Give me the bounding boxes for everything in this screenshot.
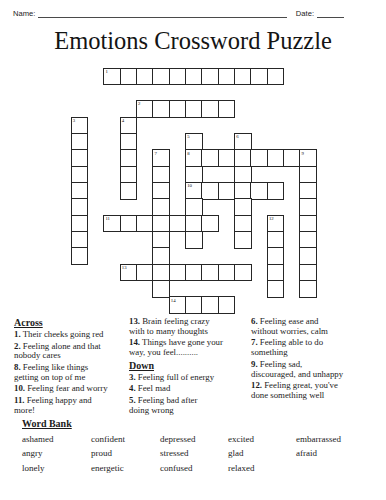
clue-number-10: 10. [14,383,25,393]
word-bank-word-excited: excited [228,432,296,446]
grid-cell-r9c5[interactable] [152,215,170,233]
clue-10: 10. Feeling fear and worry [14,384,125,394]
word-bank-heading: Word Bank [22,418,72,429]
cell-number-2: 2 [138,101,140,106]
grid-cell-r11c0[interactable] [71,247,89,265]
word-bank-column-5: embarrassedafraid [296,432,341,475]
clue-number-13: 13. [129,316,140,326]
date-label: Date: [296,9,314,18]
word-bank-word-energetic: energetic [91,461,160,475]
grid-cell-r10c7[interactable] [185,231,203,249]
grid-cell-r12c3[interactable]: 13 [120,264,138,282]
grid-cell-r4c7[interactable]: 5 [185,133,203,151]
grid-cell-r8c7[interactable] [185,198,203,216]
clue-5: 5. Feeling bad after doing wrong [129,396,247,416]
grid-cell-r6c5[interactable] [152,166,170,184]
grid-cell-r7c9[interactable] [218,182,236,200]
word-bank-word-relaxed: relaxed [228,461,296,475]
grid-cell-r5c8[interactable] [201,149,219,167]
grid-cell-r10c10[interactable] [234,231,252,249]
clue-number-2: 2. [14,341,21,351]
clue-number-4: 4. [129,383,136,393]
grid-cell-r10c0[interactable] [71,231,89,249]
grid-cell-r7c8[interactable] [201,182,219,200]
grid-cell-r6c7[interactable] [185,166,203,184]
clue-13: 13. Brain feeling crazy with to many tho… [129,317,247,337]
grid-cell-r0c12[interactable] [267,68,285,86]
grid-cell-r2c5[interactable] [152,100,170,118]
grid-cell-r8c0[interactable] [71,198,89,216]
clue-4: 4. Feel mad [129,384,247,394]
word-bank-word-lonely: lonely [22,461,91,475]
cell-number-8: 8 [187,151,189,156]
grid-cell-r2c8[interactable] [201,100,219,118]
word-bank-word-confused: confused [160,461,228,475]
grid-cell-r7c5[interactable] [152,182,170,200]
grid-cell-r7c10[interactable] [234,182,252,200]
clue-12: 12. Feeling great, you've done something… [251,381,376,401]
down-heading: Down [129,360,247,371]
grid-cell-r8c10[interactable] [234,198,252,216]
clue-column-1: Across1. Their cheeks going red2. Feelin… [14,317,129,417]
clue-number-12: 12. [251,380,262,390]
grid-cell-r0c6[interactable] [169,68,187,86]
word-bank-column-4: excitedgladrelaxed [228,432,296,475]
cell-number-3: 3 [73,118,75,123]
grid-cell-r12c9[interactable] [218,264,236,282]
grid-cell-r9c3[interactable] [120,215,138,233]
grid-cell-r8c14[interactable] [299,198,317,216]
grid-cell-r9c12[interactable]: 12 [267,215,285,233]
clue-11: 11. Feeling happy and more! [14,396,125,416]
crossword-grid: 1234567891011121314 [71,68,318,315]
grid-cell-r5c10[interactable] [234,149,252,167]
grid-cell-r3c0[interactable]: 3 [71,117,89,135]
grid-cell-r5c9[interactable] [218,149,236,167]
grid-cell-r10c12[interactable] [267,231,285,249]
word-bank-word-depressed: depressed [160,432,228,446]
grid-cell-r2c4[interactable]: 2 [136,100,154,118]
word-bank-word-stressed: stressed [160,446,228,460]
grid-cell-r7c3[interactable] [120,182,138,200]
cell-number-14: 14 [171,298,176,303]
grid-cell-r7c7[interactable]: 10 [185,182,203,200]
word-bank-column-1: ashamedangrylonely [22,432,91,475]
grid-cell-r4c0[interactable] [71,133,89,151]
grid-cell-r12c7[interactable] [185,264,203,282]
clue-8: 8. Feeling like things getting on top of… [14,363,125,383]
grid-cell-r6c10[interactable] [234,166,252,184]
cell-number-5: 5 [187,134,189,139]
clue-14: 14. Things have gone your way, you feel.… [129,338,247,358]
grid-cell-r11c12[interactable] [267,247,285,265]
grid-cell-r9c14[interactable] [299,215,317,233]
grid-cell-r5c0[interactable] [71,149,89,167]
clue-number-7: 7. [251,337,258,347]
grid-cell-r12c12[interactable] [267,264,285,282]
grid-cell-r5c7[interactable]: 8 [185,149,203,167]
grid-cell-r14c7[interactable] [185,296,203,314]
grid-cell-r5c12[interactable] [267,149,285,167]
grid-cell-r3c3[interactable]: 4 [120,117,138,135]
grid-cell-r5c5[interactable]: 7 [152,149,170,167]
clue-number-3: 3. [129,372,136,382]
word-bank-word-angry: angry [22,446,91,460]
name-date-row: Name: Date: [13,8,344,18]
grid-cell-r13c14[interactable] [299,280,317,298]
grid-cell-r7c14[interactable] [299,182,317,200]
grid-cell-r9c8[interactable] [201,215,219,233]
grid-cell-r0c3[interactable] [120,68,138,86]
page-title: Emotions Crossword Puzzle [0,27,386,55]
grid-cell-r13c12[interactable] [267,280,285,298]
grid-cell-r7c12[interactable] [267,182,285,200]
cell-number-7: 7 [154,151,156,156]
grid-cell-r11c5[interactable] [152,247,170,265]
grid-cell-r5c3[interactable] [120,149,138,167]
clue-number-14: 14. [129,337,140,347]
grid-cell-r9c7[interactable] [185,215,203,233]
word-bank-column-3: depressedstressedconfused [160,432,228,475]
clue-1: 1. Their cheeks going red [14,330,125,340]
cell-number-12: 12 [269,216,274,221]
cell-number-9: 9 [302,151,304,156]
grid-cell-r9c2[interactable]: 11 [103,215,121,233]
name-fill-line[interactable] [38,8,286,18]
grid-cell-r9c10[interactable] [234,215,252,233]
clue-column-2: 13. Brain feeling crazy with to many tho… [129,317,251,417]
clue-number-11: 11. [14,395,25,405]
date-fill-line[interactable] [317,8,344,18]
clue-number-9: 9. [251,359,258,369]
clue-number-5: 5. [129,395,136,405]
grid-cell-r12c10[interactable] [234,264,252,282]
word-bank-word-ashamed: ashamed [22,432,91,446]
grid-cell-r12c4[interactable] [136,264,154,282]
grid-cell-r0c11[interactable] [250,68,268,86]
clue-7: 7. Feeling able to do something [251,338,376,358]
grid-cell-r5c14[interactable]: 9 [299,149,317,167]
grid-cell-r5c11[interactable] [250,149,268,167]
grid-cell-r12c8[interactable] [201,264,219,282]
clue-section: Across1. Their cheeks going red2. Feelin… [14,317,380,417]
grid-cell-r14c9[interactable] [218,296,236,314]
grid-cell-r6c14[interactable] [299,166,317,184]
grid-cell-r4c3[interactable] [120,133,138,151]
grid-cell-r0c9[interactable] [218,68,236,86]
word-bank-word-afraid: afraid [296,446,341,460]
clue-2: 2. Feeling alone and that nobody cares [14,342,125,362]
across-heading: Across [14,317,125,328]
cell-number-4: 4 [122,118,124,123]
grid-cell-r2c7[interactable] [185,100,203,118]
grid-cell-r13c5[interactable] [152,280,170,298]
grid-cell-r9c6[interactable] [169,215,187,233]
clue-number-6: 6. [251,316,258,326]
cell-number-11: 11 [105,216,110,221]
cell-number-1: 1 [105,69,107,74]
grid-cell-r6c3[interactable] [120,166,138,184]
grid-cell-r0c4[interactable] [136,68,154,86]
grid-cell-r12c6[interactable] [169,264,187,282]
grid-cell-r0c7[interactable] [185,68,203,86]
word-bank-word-embarrassed: embarrassed [296,432,341,446]
grid-cell-r5c13[interactable] [283,149,301,167]
grid-cell-r8c5[interactable] [152,198,170,216]
cell-number-13: 13 [122,265,127,270]
grid-cell-r6c0[interactable] [71,166,89,184]
clue-number-8: 8. [14,362,21,372]
grid-cell-r12c5[interactable] [152,264,170,282]
grid-cell-r14c6[interactable]: 14 [169,296,187,314]
cell-number-6: 6 [236,134,238,139]
grid-cell-r9c0[interactable] [71,215,89,233]
grid-cell-r7c11[interactable] [250,182,268,200]
word-bank-column-2: confidentproudenergetic [91,432,160,475]
clue-number-1: 1. [14,329,21,339]
grid-cell-r10c14[interactable] [299,231,317,249]
grid-cell-r10c5[interactable] [152,231,170,249]
grid-cell-r0c2[interactable]: 1 [103,68,121,86]
word-bank-word-proud: proud [91,446,160,460]
clue-column-3: 6. Feeling ease and without worries, cal… [251,317,380,417]
word-bank-columns: ashamedangrylonelyconfidentproudenergeti… [22,432,341,475]
clue-6: 6. Feeling ease and without worries, cal… [251,317,376,337]
clue-3: 3. Feeling full of energy [129,373,247,383]
cell-number-10: 10 [187,183,192,188]
grid-cell-r2c9[interactable] [218,100,236,118]
grid-cell-r0c10[interactable] [234,68,252,86]
grid-cell-r0c5[interactable] [152,68,170,86]
grid-cell-r7c0[interactable] [71,182,89,200]
grid-cell-r4c10[interactable]: 6 [234,133,252,151]
word-bank-word-confident: confident [91,432,160,446]
grid-cell-r9c4[interactable] [136,215,154,233]
word-bank-word-glad: glad [228,446,296,460]
grid-cell-r2c6[interactable] [169,100,187,118]
name-label: Name: [13,9,35,18]
grid-cell-r14c8[interactable] [201,296,219,314]
grid-cell-r12c14[interactable] [299,264,317,282]
grid-cell-r11c14[interactable] [299,247,317,265]
grid-cell-r0c8[interactable] [201,68,219,86]
clue-9: 9. Feeling sad, discouraged, and unhappy [251,360,376,380]
